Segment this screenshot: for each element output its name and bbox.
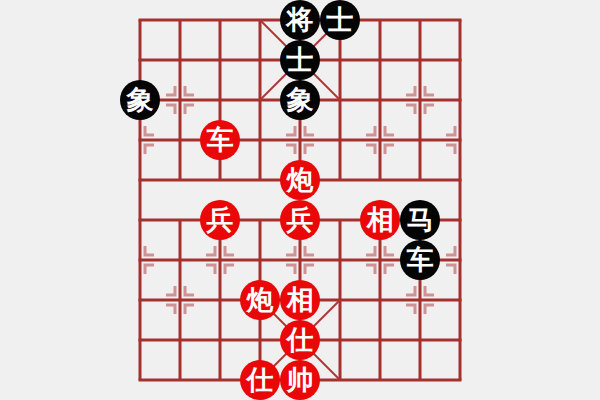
pieces-layer: 将士士象象马车车炮兵兵相炮相仕仕帅	[0, 0, 600, 400]
xiangqi-screen: 将士士象象马车车炮兵兵相炮相仕仕帅	[0, 0, 600, 400]
piece-red-advisor[interactable]: 仕	[240, 360, 280, 400]
piece-black-horse[interactable]: 马	[400, 200, 440, 240]
piece-black-elephant[interactable]: 象	[280, 80, 320, 120]
piece-red-advisor[interactable]: 仕	[280, 320, 320, 360]
piece-red-soldier[interactable]: 兵	[280, 200, 320, 240]
piece-black-advisor[interactable]: 士	[320, 0, 360, 40]
piece-red-elephant[interactable]: 相	[360, 200, 400, 240]
piece-red-elephant[interactable]: 相	[280, 280, 320, 320]
piece-black-advisor[interactable]: 士	[280, 40, 320, 80]
piece-red-general[interactable]: 帅	[280, 360, 320, 400]
piece-black-general[interactable]: 将	[280, 0, 320, 40]
piece-red-chariot[interactable]: 车	[200, 120, 240, 160]
piece-black-chariot[interactable]: 车	[400, 240, 440, 280]
piece-red-soldier[interactable]: 兵	[200, 200, 240, 240]
piece-red-cannon[interactable]: 炮	[280, 160, 320, 200]
piece-red-cannon[interactable]: 炮	[240, 280, 280, 320]
piece-black-elephant[interactable]: 象	[120, 80, 160, 120]
